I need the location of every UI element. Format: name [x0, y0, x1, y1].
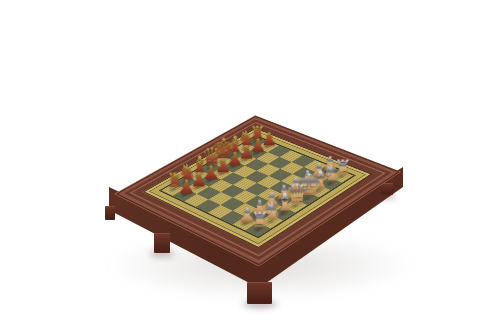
- board-foot-right: [381, 183, 393, 195]
- board-foot-left: [105, 206, 115, 220]
- white-rook-glyph: ♜: [233, 210, 287, 230]
- black-pawn-glyph: ♟: [161, 178, 212, 196]
- product-photo-canvas: ♜♞♝♛♚♝♞♜♟♟♟♟♟♟♟♟♟♟♟♟♟♟♟♟♜♞♝♛♚♝♞♜: [0, 0, 480, 320]
- board-foot-left-mid: [154, 233, 170, 253]
- board-foot-near: [247, 282, 272, 304]
